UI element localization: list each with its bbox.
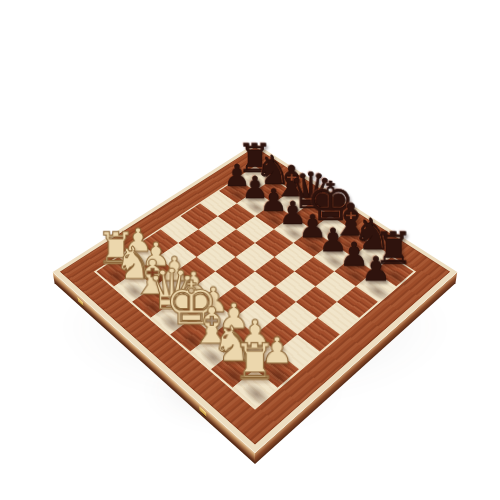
- board-surface: ♜♞♝♛♚♝♞♜♟♟♟♟♟♟♟♟♟♟♟♟♟♟♟♟♜♞♝♛♚♝♞♜ aa11bb2…: [53, 143, 457, 452]
- brass-hinge: [77, 297, 83, 306]
- squares-grid: ♜♞♝♛♚♝♞♜♟♟♟♟♟♟♟♟♟♟♟♟♟♟♟♟♜♞♝♛♚♝♞♜: [97, 167, 414, 407]
- brass-clasp: [200, 407, 207, 418]
- square-f5[interactable]: [275, 271, 315, 301]
- piece-white-rook-h1[interactable]: ♜: [221, 337, 289, 387]
- piece-black-pawn-h7[interactable]: ♟: [345, 252, 406, 286]
- chess-board: ♜♞♝♛♚♝♞♜♟♟♟♟♟♟♟♟♟♟♟♟♟♟♟♟♜♞♝♛♚♝♞♜ aa11bb2…: [53, 143, 457, 452]
- square-h7[interactable]: ♟: [356, 271, 396, 301]
- photo-canvas: ♜♞♝♛♚♝♞♜♟♟♟♟♟♟♟♟♟♟♟♟♟♟♟♟♜♞♝♛♚♝♞♜ aa11bb2…: [0, 0, 500, 500]
- perspective-scene: ♜♞♝♛♚♝♞♜♟♟♟♟♟♟♟♟♟♟♟♟♟♟♟♟♜♞♝♛♚♝♞♜ aa11bb2…: [0, 0, 500, 500]
